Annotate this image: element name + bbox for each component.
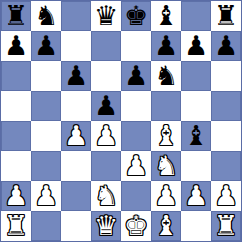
white-pawn-piece[interactable]: ♟ xyxy=(94,122,118,149)
square-g8[interactable] xyxy=(181,1,211,31)
square-b1[interactable] xyxy=(31,211,61,241)
white-rook-piece[interactable]: ♜ xyxy=(214,212,238,239)
chess-board: ♜♞♛♚♝♜♟♟♟♟♟♟♟♞♟♟♟♝♝♟♞♟♟♞♟♟♟♜♛♚♝♜ xyxy=(0,0,242,242)
square-b6[interactable] xyxy=(31,61,61,91)
white-pawn-piece[interactable]: ♟ xyxy=(124,152,148,179)
black-pawn-piece[interactable]: ♟ xyxy=(154,32,178,59)
black-king-piece[interactable]: ♚ xyxy=(124,2,148,29)
white-pawn-piece[interactable]: ♟ xyxy=(214,182,238,209)
square-h3[interactable] xyxy=(211,151,241,181)
square-a3[interactable] xyxy=(1,151,31,181)
square-c6[interactable]: ♟ xyxy=(61,61,91,91)
black-pawn-piece[interactable]: ♟ xyxy=(124,62,148,89)
square-b7[interactable]: ♟ xyxy=(31,31,61,61)
black-knight-piece[interactable]: ♞ xyxy=(34,2,58,29)
square-e1[interactable]: ♚ xyxy=(121,211,151,241)
square-h5[interactable] xyxy=(211,91,241,121)
square-h6[interactable] xyxy=(211,61,241,91)
white-knight-piece[interactable]: ♞ xyxy=(154,152,178,179)
white-pawn-piece[interactable]: ♟ xyxy=(34,182,58,209)
white-bishop-piece[interactable]: ♝ xyxy=(154,122,178,149)
square-d4[interactable]: ♟ xyxy=(91,121,121,151)
square-h8[interactable]: ♜ xyxy=(211,1,241,31)
square-f1[interactable]: ♝ xyxy=(151,211,181,241)
square-e7[interactable] xyxy=(121,31,151,61)
square-a8[interactable]: ♜ xyxy=(1,1,31,31)
black-bishop-piece[interactable]: ♝ xyxy=(184,122,208,149)
square-d2[interactable]: ♞ xyxy=(91,181,121,211)
white-bishop-piece[interactable]: ♝ xyxy=(154,212,178,239)
square-e3[interactable]: ♟ xyxy=(121,151,151,181)
square-f4[interactable]: ♝ xyxy=(151,121,181,151)
square-f6[interactable]: ♞ xyxy=(151,61,181,91)
square-a4[interactable] xyxy=(1,121,31,151)
square-c8[interactable] xyxy=(61,1,91,31)
black-pawn-piece[interactable]: ♟ xyxy=(214,32,238,59)
white-pawn-piece[interactable]: ♟ xyxy=(184,182,208,209)
black-pawn-piece[interactable]: ♟ xyxy=(4,32,28,59)
black-pawn-piece[interactable]: ♟ xyxy=(34,32,58,59)
square-h1[interactable]: ♜ xyxy=(211,211,241,241)
black-pawn-piece[interactable]: ♟ xyxy=(184,32,208,59)
white-pawn-piece[interactable]: ♟ xyxy=(64,122,88,149)
square-c5[interactable] xyxy=(61,91,91,121)
square-b5[interactable] xyxy=(31,91,61,121)
square-d3[interactable] xyxy=(91,151,121,181)
square-h2[interactable]: ♟ xyxy=(211,181,241,211)
white-rook-piece[interactable]: ♜ xyxy=(4,212,28,239)
square-f7[interactable]: ♟ xyxy=(151,31,181,61)
square-e5[interactable] xyxy=(121,91,151,121)
square-e8[interactable]: ♚ xyxy=(121,1,151,31)
square-c1[interactable] xyxy=(61,211,91,241)
square-a6[interactable] xyxy=(1,61,31,91)
square-h4[interactable] xyxy=(211,121,241,151)
square-g4[interactable]: ♝ xyxy=(181,121,211,151)
square-d1[interactable]: ♛ xyxy=(91,211,121,241)
white-pawn-piece[interactable]: ♟ xyxy=(154,182,178,209)
black-knight-piece[interactable]: ♞ xyxy=(154,62,178,89)
square-g1[interactable] xyxy=(181,211,211,241)
square-d5[interactable]: ♟ xyxy=(91,91,121,121)
black-queen-piece[interactable]: ♛ xyxy=(94,2,118,29)
square-c7[interactable] xyxy=(61,31,91,61)
square-f2[interactable]: ♟ xyxy=(151,181,181,211)
square-a5[interactable] xyxy=(1,91,31,121)
square-d6[interactable] xyxy=(91,61,121,91)
black-rook-piece[interactable]: ♜ xyxy=(4,2,28,29)
square-c2[interactable] xyxy=(61,181,91,211)
square-g5[interactable] xyxy=(181,91,211,121)
white-queen-piece[interactable]: ♛ xyxy=(94,212,118,239)
square-a7[interactable]: ♟ xyxy=(1,31,31,61)
square-e4[interactable] xyxy=(121,121,151,151)
square-a2[interactable]: ♟ xyxy=(1,181,31,211)
square-g6[interactable] xyxy=(181,61,211,91)
square-d8[interactable]: ♛ xyxy=(91,1,121,31)
square-b3[interactable] xyxy=(31,151,61,181)
square-b8[interactable]: ♞ xyxy=(31,1,61,31)
square-g2[interactable]: ♟ xyxy=(181,181,211,211)
white-pawn-piece[interactable]: ♟ xyxy=(4,182,28,209)
square-e6[interactable]: ♟ xyxy=(121,61,151,91)
square-f3[interactable]: ♞ xyxy=(151,151,181,181)
square-a1[interactable]: ♜ xyxy=(1,211,31,241)
square-f8[interactable]: ♝ xyxy=(151,1,181,31)
square-g3[interactable] xyxy=(181,151,211,181)
square-b2[interactable]: ♟ xyxy=(31,181,61,211)
square-f5[interactable] xyxy=(151,91,181,121)
white-king-piece[interactable]: ♚ xyxy=(124,212,148,239)
square-d7[interactable] xyxy=(91,31,121,61)
square-c4[interactable]: ♟ xyxy=(61,121,91,151)
square-g7[interactable]: ♟ xyxy=(181,31,211,61)
black-pawn-piece[interactable]: ♟ xyxy=(64,62,88,89)
square-h7[interactable]: ♟ xyxy=(211,31,241,61)
black-bishop-piece[interactable]: ♝ xyxy=(154,2,178,29)
white-knight-piece[interactable]: ♞ xyxy=(94,182,118,209)
black-rook-piece[interactable]: ♜ xyxy=(214,2,238,29)
square-e2[interactable] xyxy=(121,181,151,211)
black-pawn-piece[interactable]: ♟ xyxy=(94,92,118,119)
square-c3[interactable] xyxy=(61,151,91,181)
square-b4[interactable] xyxy=(31,121,61,151)
